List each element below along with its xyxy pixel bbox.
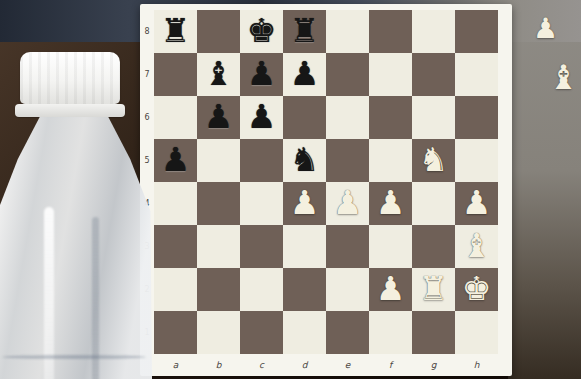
square-f2[interactable]: ♟ [369, 268, 412, 311]
file-label-f: f [369, 356, 412, 374]
square-g4[interactable] [412, 182, 455, 225]
square-b3[interactable] [197, 225, 240, 268]
square-a2[interactable] [154, 268, 197, 311]
square-g5[interactable]: ♞ [412, 139, 455, 182]
file-label-c: c [240, 356, 283, 374]
square-b7[interactable]: ♝ [197, 53, 240, 96]
square-e2[interactable] [326, 268, 369, 311]
file-label-h: h [455, 356, 498, 374]
square-g8[interactable] [412, 10, 455, 53]
square-h3[interactable]: ♝ [455, 225, 498, 268]
white-pawn[interactable]: ♟ [455, 182, 498, 225]
square-e3[interactable] [326, 225, 369, 268]
square-f3[interactable] [369, 225, 412, 268]
black-rook[interactable]: ♜ [154, 10, 197, 53]
square-f8[interactable] [369, 10, 412, 53]
off-board-white-pawn[interactable]: ♟ [524, 14, 567, 57]
white-king[interactable]: ♚ [455, 268, 498, 311]
square-d3[interactable] [283, 225, 326, 268]
file-label-e: e [326, 356, 369, 374]
square-f1[interactable] [369, 311, 412, 354]
square-g6[interactable] [412, 96, 455, 139]
square-g3[interactable] [412, 225, 455, 268]
black-pawn[interactable]: ♟ [197, 96, 240, 139]
black-pawn[interactable]: ♟ [154, 139, 197, 182]
white-pawn[interactable]: ♟ [369, 268, 412, 311]
square-b6[interactable]: ♟ [197, 96, 240, 139]
square-b4[interactable] [197, 182, 240, 225]
file-label-a: a [154, 356, 197, 374]
square-b8[interactable] [197, 10, 240, 53]
square-d2[interactable] [283, 268, 326, 311]
off-board-pieces: ♟ ♝ [508, 0, 581, 200]
square-a6[interactable] [154, 96, 197, 139]
square-d7[interactable]: ♟ [283, 53, 326, 96]
square-a1[interactable] [154, 311, 197, 354]
black-pawn[interactable]: ♟ [240, 53, 283, 96]
square-e8[interactable] [326, 10, 369, 53]
square-a4[interactable] [154, 182, 197, 225]
off-board-white-bishop[interactable]: ♝ [542, 62, 581, 105]
bottle-cap-ring [15, 104, 125, 117]
square-h8[interactable] [455, 10, 498, 53]
black-knight[interactable]: ♞ [283, 139, 326, 182]
square-f5[interactable] [369, 139, 412, 182]
square-f7[interactable] [369, 53, 412, 96]
square-e6[interactable] [326, 96, 369, 139]
white-bishop[interactable]: ♝ [455, 225, 498, 268]
square-e7[interactable] [326, 53, 369, 96]
square-g1[interactable] [412, 311, 455, 354]
black-pawn[interactable]: ♟ [283, 53, 326, 96]
water-bottle [0, 48, 152, 379]
square-b1[interactable] [197, 311, 240, 354]
square-c5[interactable] [240, 139, 283, 182]
square-c3[interactable] [240, 225, 283, 268]
white-pawn[interactable]: ♟ [283, 182, 326, 225]
bottle-highlight [44, 207, 54, 379]
square-h7[interactable] [455, 53, 498, 96]
file-label-b: b [197, 356, 240, 374]
square-d5[interactable]: ♞ [283, 139, 326, 182]
square-h5[interactable] [455, 139, 498, 182]
black-rook[interactable]: ♜ [283, 10, 326, 53]
water-line [2, 355, 146, 359]
chess-board: 87654321 ♜♚♜♝♟♟♟♟♟♞♞♟♟♟♟♝♟♜♚ abcdefgh [140, 4, 512, 376]
file-label-d: d [283, 356, 326, 374]
square-c2[interactable] [240, 268, 283, 311]
white-pawn[interactable]: ♟ [326, 182, 369, 225]
board-grid: ♜♚♜♝♟♟♟♟♟♞♞♟♟♟♟♝♟♜♚ [154, 10, 498, 354]
square-c7[interactable]: ♟ [240, 53, 283, 96]
square-b2[interactable] [197, 268, 240, 311]
square-c4[interactable] [240, 182, 283, 225]
square-c1[interactable] [240, 311, 283, 354]
square-c8[interactable]: ♚ [240, 10, 283, 53]
white-knight[interactable]: ♞ [412, 139, 455, 182]
square-d1[interactable] [283, 311, 326, 354]
square-d4[interactable]: ♟ [283, 182, 326, 225]
square-b5[interactable] [197, 139, 240, 182]
square-a7[interactable] [154, 53, 197, 96]
white-rook[interactable]: ♜ [412, 268, 455, 311]
square-a8[interactable]: ♜ [154, 10, 197, 53]
black-king[interactable]: ♚ [240, 10, 283, 53]
square-a3[interactable] [154, 225, 197, 268]
black-pawn[interactable]: ♟ [240, 96, 283, 139]
white-pawn[interactable]: ♟ [369, 182, 412, 225]
square-e1[interactable] [326, 311, 369, 354]
bottle-body [0, 117, 152, 379]
square-h2[interactable]: ♚ [455, 268, 498, 311]
square-h1[interactable] [455, 311, 498, 354]
rank-label-8: 8 [140, 10, 154, 53]
square-a5[interactable]: ♟ [154, 139, 197, 182]
square-g2[interactable]: ♜ [412, 268, 455, 311]
bottle-cap [20, 52, 120, 104]
square-e4[interactable]: ♟ [326, 182, 369, 225]
file-label-g: g [412, 356, 455, 374]
square-f4[interactable]: ♟ [369, 182, 412, 225]
square-d8[interactable]: ♜ [283, 10, 326, 53]
square-g7[interactable] [412, 53, 455, 96]
square-e5[interactable] [326, 139, 369, 182]
black-bishop[interactable]: ♝ [197, 53, 240, 96]
square-d6[interactable] [283, 96, 326, 139]
file-labels: abcdefgh [154, 356, 498, 374]
square-c6[interactable]: ♟ [240, 96, 283, 139]
square-h4[interactable]: ♟ [455, 182, 498, 225]
square-f6[interactable] [369, 96, 412, 139]
square-h6[interactable] [455, 96, 498, 139]
